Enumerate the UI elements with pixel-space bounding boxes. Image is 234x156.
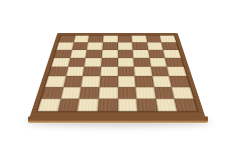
board-square-dark [101, 58, 118, 67]
board-square-light [136, 87, 156, 99]
board-square-light [66, 67, 85, 77]
board-square-light [60, 87, 81, 99]
board-square-light [132, 35, 147, 42]
board-square-dark [169, 76, 190, 87]
board-square-light [118, 58, 135, 67]
board-square-dark [118, 35, 133, 42]
board-square-dark [165, 58, 184, 67]
board-square-light [98, 87, 117, 99]
board-square-light [77, 99, 98, 112]
board-square-light [84, 58, 101, 67]
board-square-dark [79, 87, 99, 99]
board-square-dark [63, 76, 83, 87]
board-square-dark [72, 42, 88, 50]
board-square-dark [135, 76, 154, 87]
board-square-light [81, 76, 100, 87]
board-playing-field [36, 35, 199, 112]
board-square-dark [68, 58, 86, 67]
board-square-light [103, 35, 118, 42]
board-square-light [118, 99, 138, 112]
board-square-dark [88, 35, 103, 42]
board-square-light [73, 35, 89, 42]
board-square-light [100, 67, 117, 77]
board-square-light [118, 42, 133, 50]
board-square-dark [99, 76, 117, 87]
board-square-dark [118, 50, 134, 58]
board-square-dark [86, 50, 103, 58]
board-square-dark [118, 87, 137, 99]
board-square-light [172, 87, 194, 99]
board-square-dark [162, 42, 179, 50]
board-square-light [160, 35, 176, 42]
chessboard [29, 33, 206, 118]
board-square-dark [83, 67, 101, 77]
board-square-dark [57, 99, 79, 112]
board-square-light [70, 50, 87, 58]
board-square-light [133, 50, 150, 58]
board-square-dark [97, 99, 117, 112]
board-square-dark [118, 67, 135, 77]
board-square-light [167, 67, 187, 77]
board-square-light [118, 76, 136, 87]
board-square-light [87, 42, 103, 50]
board-square-dark [102, 42, 117, 50]
board-square-light [134, 67, 152, 77]
board-square-dark [137, 99, 158, 112]
product-photo [0, 0, 234, 156]
board-square-dark [132, 42, 148, 50]
board-square-light [163, 50, 181, 58]
board-square-light [102, 50, 118, 58]
board-square-dark [175, 99, 198, 112]
board-square-dark [133, 58, 150, 67]
